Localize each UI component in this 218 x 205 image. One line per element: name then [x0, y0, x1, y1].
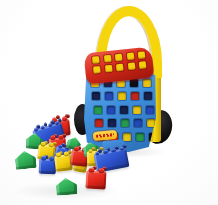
block-stud: [111, 148, 116, 153]
basket-hole: [130, 79, 138, 87]
toy-block-green-slope: [55, 177, 77, 195]
lid-hole: [92, 56, 100, 64]
toy-block-red: [86, 170, 107, 189]
lid-hole: [139, 61, 147, 69]
product-photo-toy-trolley: [0, 0, 218, 205]
lid-hole: [115, 54, 123, 62]
basket-hole: [146, 106, 154, 114]
lid-hole: [138, 51, 146, 59]
block-stud: [64, 152, 69, 157]
block-stud: [33, 127, 38, 132]
block-stud: [47, 123, 52, 128]
toy-block-blue: [39, 159, 57, 175]
basket-hole: [121, 119, 129, 127]
block-stud: [40, 142, 45, 147]
block-stud: [61, 116, 67, 122]
basket-hole: [144, 92, 152, 100]
brand-label-text-marks: [96, 133, 114, 138]
basket-hole: [131, 92, 139, 100]
block-stud: [41, 156, 46, 161]
lid-hole: [103, 55, 111, 63]
basket-hole: [136, 133, 144, 141]
lid-hole: [116, 64, 124, 72]
basket-hole: [118, 92, 126, 100]
block-stud: [56, 153, 61, 158]
basket-hole: [133, 106, 141, 114]
basket-hole: [107, 106, 115, 114]
lid-hole: [104, 65, 112, 73]
block-stud: [49, 143, 54, 148]
basket-hole: [94, 106, 102, 114]
lid-hole: [127, 62, 135, 70]
block-stud: [103, 149, 108, 154]
basket-hole: [95, 119, 103, 127]
basket-hole: [92, 92, 100, 100]
basket-hole: [143, 79, 151, 87]
lid-hole: [93, 66, 101, 74]
toy-block-green-slope: [14, 150, 37, 170]
basket-hole: [108, 119, 116, 127]
block-stud: [119, 146, 124, 151]
block-stud: [88, 149, 93, 154]
block-stud: [74, 147, 79, 152]
basket-hole: [105, 92, 113, 100]
block-stud: [50, 136, 55, 141]
basket-hole: [120, 106, 128, 114]
block-stud: [99, 168, 105, 174]
block-stud: [89, 168, 95, 174]
block-stud: [59, 135, 64, 140]
lid-hole: [126, 52, 134, 60]
block-stud: [58, 144, 63, 149]
basket-hole: [134, 119, 142, 127]
